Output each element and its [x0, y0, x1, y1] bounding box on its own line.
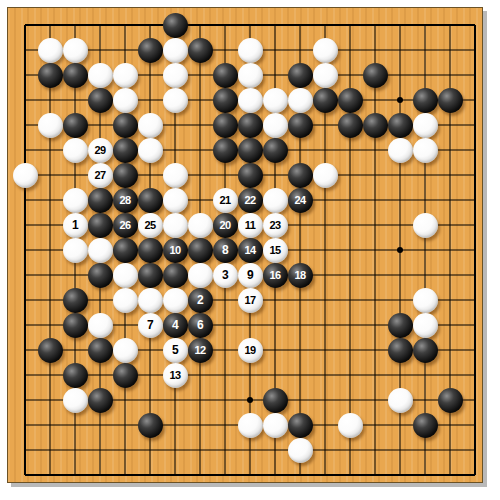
black-stone-4-14 — [88, 338, 113, 363]
stones-layer: 2927282122241262520112310814153916182177… — [0, 0, 500, 500]
black-stone-9-9: 20 — [213, 213, 238, 238]
white-stone-7-14: 5 — [163, 338, 188, 363]
move-number: 24 — [294, 195, 305, 206]
move-number: 17 — [244, 295, 255, 306]
black-stone-9-5 — [213, 113, 238, 138]
white-stone-5-14 — [113, 338, 138, 363]
black-stone-4-11 — [88, 263, 113, 288]
white-stone-4-6: 29 — [88, 138, 113, 163]
move-number: 10 — [169, 245, 180, 256]
move-number: 26 — [119, 220, 130, 231]
move-number: 23 — [269, 220, 280, 231]
white-stone-9-8: 21 — [213, 188, 238, 213]
black-stone-4-16 — [88, 388, 113, 413]
white-stone-17-5 — [413, 113, 438, 138]
black-stone-17-4 — [413, 88, 438, 113]
move-number: 16 — [269, 270, 280, 281]
move-number: 5 — [172, 344, 178, 356]
move-number: 4 — [172, 319, 178, 331]
white-stone-10-9: 11 — [238, 213, 263, 238]
black-stone-9-4 — [213, 88, 238, 113]
move-number: 1 — [72, 219, 78, 231]
white-stone-1-7 — [13, 163, 38, 188]
move-number: 13 — [169, 370, 180, 381]
white-stone-17-12 — [413, 288, 438, 313]
white-stone-16-6 — [388, 138, 413, 163]
white-stone-17-9 — [413, 213, 438, 238]
white-stone-2-5 — [38, 113, 63, 138]
black-stone-9-6 — [213, 138, 238, 163]
white-stone-3-16 — [63, 388, 88, 413]
white-stone-5-4 — [113, 88, 138, 113]
move-number: 20 — [219, 220, 230, 231]
white-stone-11-4 — [263, 88, 288, 113]
black-stone-15-3 — [363, 63, 388, 88]
white-stone-17-6 — [413, 138, 438, 163]
black-stone-3-15 — [63, 363, 88, 388]
white-stone-7-2 — [163, 38, 188, 63]
black-stone-18-16 — [438, 388, 463, 413]
white-stone-5-12 — [113, 288, 138, 313]
white-stone-4-10 — [88, 238, 113, 263]
move-number: 12 — [194, 345, 205, 356]
black-stone-7-11 — [163, 263, 188, 288]
white-stone-6-5 — [138, 113, 163, 138]
white-stone-10-12: 17 — [238, 288, 263, 313]
white-stone-17-13 — [413, 313, 438, 338]
black-stone-6-17 — [138, 413, 163, 438]
black-stone-7-13: 4 — [163, 313, 188, 338]
black-stone-3-12 — [63, 288, 88, 313]
black-stone-4-9 — [88, 213, 113, 238]
move-number: 9 — [247, 269, 253, 281]
black-stone-12-5 — [288, 113, 313, 138]
white-stone-10-2 — [238, 38, 263, 63]
black-stone-11-16 — [263, 388, 288, 413]
black-stone-9-10: 8 — [213, 238, 238, 263]
black-stone-10-8: 22 — [238, 188, 263, 213]
black-stone-16-13 — [388, 313, 413, 338]
black-stone-5-5 — [113, 113, 138, 138]
black-stone-15-5 — [363, 113, 388, 138]
black-stone-5-15 — [113, 363, 138, 388]
black-stone-8-14: 12 — [188, 338, 213, 363]
black-stone-12-8: 24 — [288, 188, 313, 213]
white-stone-14-17 — [338, 413, 363, 438]
white-stone-11-10: 15 — [263, 238, 288, 263]
white-stone-13-3 — [313, 63, 338, 88]
black-stone-11-6 — [263, 138, 288, 163]
black-stone-8-2 — [188, 38, 213, 63]
black-stone-14-4 — [338, 88, 363, 113]
white-stone-3-2 — [63, 38, 88, 63]
move-number: 11 — [245, 220, 256, 231]
black-stone-4-8 — [88, 188, 113, 213]
black-stone-5-7 — [113, 163, 138, 188]
move-number: 6 — [197, 319, 203, 331]
white-stone-5-11 — [113, 263, 138, 288]
white-stone-7-12 — [163, 288, 188, 313]
black-stone-9-3 — [213, 63, 238, 88]
black-stone-2-3 — [38, 63, 63, 88]
white-stone-10-4 — [238, 88, 263, 113]
black-stone-5-9: 26 — [113, 213, 138, 238]
move-number: 3 — [222, 269, 228, 281]
white-stone-13-2 — [313, 38, 338, 63]
black-stone-3-3 — [63, 63, 88, 88]
black-stone-10-7 — [238, 163, 263, 188]
white-stone-6-13: 7 — [138, 313, 163, 338]
black-stone-8-12: 2 — [188, 288, 213, 313]
white-stone-10-17 — [238, 413, 263, 438]
white-stone-2-2 — [38, 38, 63, 63]
white-stone-4-3 — [88, 63, 113, 88]
black-stone-12-7 — [288, 163, 313, 188]
move-number: 14 — [244, 245, 255, 256]
black-stone-4-4 — [88, 88, 113, 113]
white-stone-5-3 — [113, 63, 138, 88]
white-stone-11-17 — [263, 413, 288, 438]
black-stone-12-3 — [288, 63, 313, 88]
white-stone-10-3 — [238, 63, 263, 88]
white-stone-4-13 — [88, 313, 113, 338]
black-stone-17-17 — [413, 413, 438, 438]
white-stone-12-18 — [288, 438, 313, 463]
white-stone-11-8 — [263, 188, 288, 213]
black-stone-3-5 — [63, 113, 88, 138]
black-stone-11-11: 16 — [263, 263, 288, 288]
black-stone-6-11 — [138, 263, 163, 288]
move-number: 19 — [244, 345, 255, 356]
move-number: 22 — [244, 195, 255, 206]
white-stone-8-9 — [188, 213, 213, 238]
black-stone-5-6 — [113, 138, 138, 163]
move-number: 28 — [119, 195, 130, 206]
white-stone-6-9: 25 — [138, 213, 163, 238]
white-stone-4-7: 27 — [88, 163, 113, 188]
move-number: 15 — [269, 245, 280, 256]
white-stone-7-9 — [163, 213, 188, 238]
move-number: 8 — [222, 244, 228, 256]
black-stone-16-5 — [388, 113, 413, 138]
white-stone-11-9: 23 — [263, 213, 288, 238]
move-number: 2 — [197, 294, 203, 306]
black-stone-12-11: 18 — [288, 263, 313, 288]
black-stone-6-2 — [138, 38, 163, 63]
white-stone-3-6 — [63, 138, 88, 163]
white-stone-6-12 — [138, 288, 163, 313]
white-stone-7-3 — [163, 63, 188, 88]
white-stone-13-7 — [313, 163, 338, 188]
white-stone-7-7 — [163, 163, 188, 188]
black-stone-16-14 — [388, 338, 413, 363]
white-stone-10-14: 19 — [238, 338, 263, 363]
black-stone-5-8: 28 — [113, 188, 138, 213]
white-stone-3-8 — [63, 188, 88, 213]
white-stone-3-9: 1 — [63, 213, 88, 238]
black-stone-10-5 — [238, 113, 263, 138]
black-stone-10-10: 14 — [238, 238, 263, 263]
white-stone-11-5 — [263, 113, 288, 138]
move-number: 25 — [144, 220, 155, 231]
page-background: 2927282122241262520112310814153916182177… — [0, 0, 500, 500]
white-stone-7-8 — [163, 188, 188, 213]
move-number: 29 — [94, 145, 105, 156]
black-stone-7-10: 10 — [163, 238, 188, 263]
black-stone-13-4 — [313, 88, 338, 113]
black-stone-18-4 — [438, 88, 463, 113]
move-number: 27 — [94, 170, 105, 181]
black-stone-12-17 — [288, 413, 313, 438]
move-number: 18 — [294, 270, 305, 281]
white-stone-9-11: 3 — [213, 263, 238, 288]
black-stone-7-1 — [163, 13, 188, 38]
white-stone-6-6 — [138, 138, 163, 163]
white-stone-8-11 — [188, 263, 213, 288]
move-number: 21 — [219, 195, 230, 206]
move-number: 7 — [147, 319, 153, 331]
white-stone-7-15: 13 — [163, 363, 188, 388]
black-stone-2-14 — [38, 338, 63, 363]
black-stone-17-14 — [413, 338, 438, 363]
black-stone-6-10 — [138, 238, 163, 263]
white-stone-16-16 — [388, 388, 413, 413]
white-stone-7-4 — [163, 88, 188, 113]
white-stone-12-4 — [288, 88, 313, 113]
black-stone-3-13 — [63, 313, 88, 338]
white-stone-3-10 — [63, 238, 88, 263]
black-stone-14-5 — [338, 113, 363, 138]
black-stone-10-6 — [238, 138, 263, 163]
black-stone-5-10 — [113, 238, 138, 263]
black-stone-8-13: 6 — [188, 313, 213, 338]
black-stone-6-8 — [138, 188, 163, 213]
white-stone-10-11: 9 — [238, 263, 263, 288]
black-stone-8-10 — [188, 238, 213, 263]
